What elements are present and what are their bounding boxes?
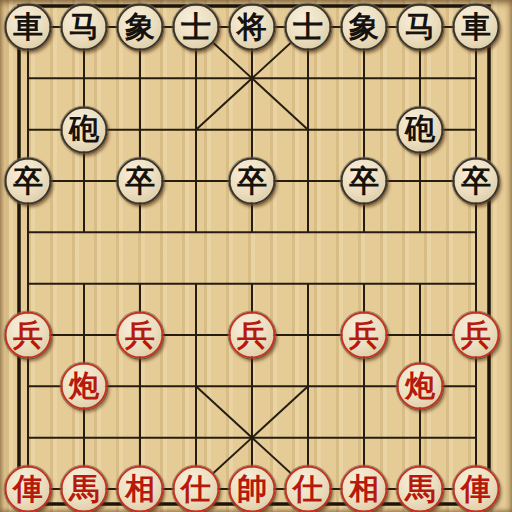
piece-glyph: 仕 [293,473,323,503]
piece-black-soldier[interactable]: 卒 [453,158,500,205]
piece-glyph: 马 [69,11,99,41]
piece-red-cannon[interactable]: 炮 [61,363,108,410]
piece-black-soldier[interactable]: 卒 [341,158,388,205]
piece-black-elephant[interactable]: 象 [117,4,164,51]
piece-glyph: 象 [349,11,379,41]
piece-black-cannon[interactable]: 砲 [61,106,108,153]
piece-black-soldier[interactable]: 卒 [5,158,52,205]
piece-glyph: 卒 [13,165,43,195]
piece-black-chariot[interactable]: 車 [453,4,500,51]
piece-red-soldier[interactable]: 兵 [229,312,276,359]
piece-black-advisor[interactable]: 士 [285,4,332,51]
piece-red-horse[interactable]: 馬 [61,466,108,512]
piece-black-soldier[interactable]: 卒 [117,158,164,205]
piece-glyph: 卒 [125,165,155,195]
piece-red-horse[interactable]: 馬 [397,466,444,512]
piece-red-advisor[interactable]: 仕 [285,466,332,512]
piece-red-elephant[interactable]: 相 [341,466,388,512]
piece-glyph: 兵 [13,319,43,349]
piece-glyph: 卒 [349,165,379,195]
piece-red-advisor[interactable]: 仕 [173,466,220,512]
piece-glyph: 马 [405,11,435,41]
piece-black-horse[interactable]: 马 [61,4,108,51]
piece-glyph: 仕 [181,473,211,503]
piece-red-chariot[interactable]: 俥 [453,466,500,512]
piece-black-horse[interactable]: 马 [397,4,444,51]
piece-red-soldier[interactable]: 兵 [117,312,164,359]
piece-glyph: 俥 [461,473,491,503]
piece-black-cannon[interactable]: 砲 [397,106,444,153]
piece-glyph: 砲 [69,114,99,144]
piece-glyph: 炮 [405,370,435,400]
piece-glyph: 馬 [405,473,435,503]
piece-black-general[interactable]: 将 [229,4,276,51]
piece-glyph: 卒 [461,165,491,195]
piece-red-chariot[interactable]: 俥 [5,466,52,512]
piece-glyph: 兵 [461,319,491,349]
pieces-layer: 車马象士将士象马車砲砲卒卒卒卒卒兵兵兵兵兵炮炮俥馬相仕帥仕相馬俥 [0,0,512,512]
xiangqi-board[interactable]: 車马象士将士象马車砲砲卒卒卒卒卒兵兵兵兵兵炮炮俥馬相仕帥仕相馬俥 [0,0,512,512]
piece-red-general[interactable]: 帥 [229,466,276,512]
piece-black-elephant[interactable]: 象 [341,4,388,51]
piece-glyph: 象 [125,11,155,41]
piece-red-soldier[interactable]: 兵 [341,312,388,359]
piece-glyph: 馬 [69,473,99,503]
piece-glyph: 炮 [69,370,99,400]
piece-glyph: 兵 [349,319,379,349]
piece-glyph: 兵 [125,319,155,349]
piece-glyph: 兵 [237,319,267,349]
piece-glyph: 将 [237,11,267,41]
piece-black-soldier[interactable]: 卒 [229,158,276,205]
piece-glyph: 車 [13,11,43,41]
piece-black-advisor[interactable]: 士 [173,4,220,51]
piece-glyph: 卒 [237,165,267,195]
piece-glyph: 士 [181,11,211,41]
piece-glyph: 車 [461,11,491,41]
piece-glyph: 士 [293,11,323,41]
piece-glyph: 相 [349,473,379,503]
piece-red-cannon[interactable]: 炮 [397,363,444,410]
piece-glyph: 砲 [405,114,435,144]
piece-black-chariot[interactable]: 車 [5,4,52,51]
piece-glyph: 俥 [13,473,43,503]
piece-red-elephant[interactable]: 相 [117,466,164,512]
piece-red-soldier[interactable]: 兵 [453,312,500,359]
piece-glyph: 帥 [237,473,267,503]
piece-glyph: 相 [125,473,155,503]
piece-red-soldier[interactable]: 兵 [5,312,52,359]
